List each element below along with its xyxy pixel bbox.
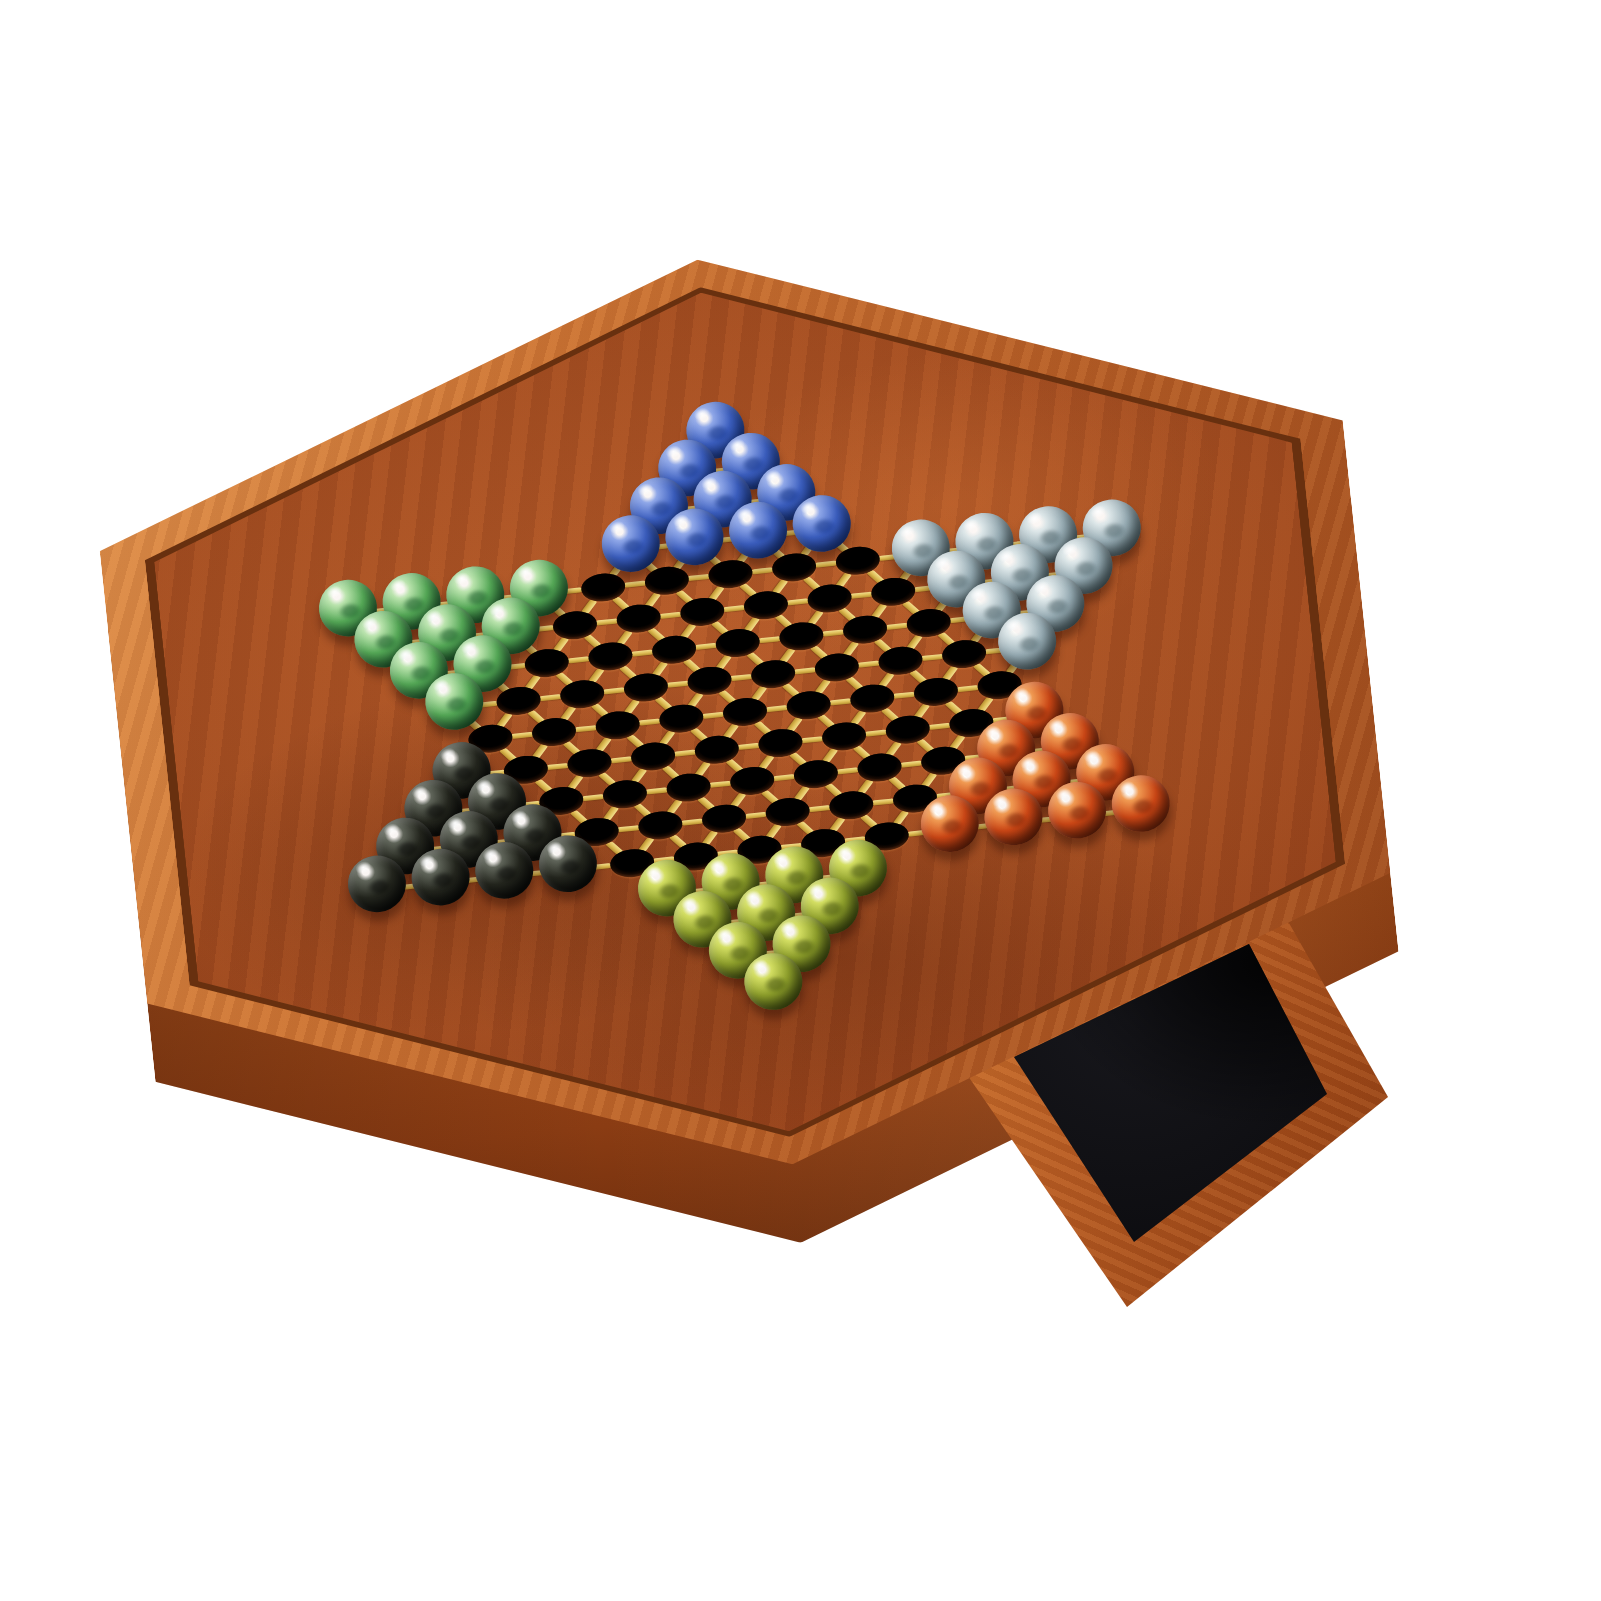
lattice-dash <box>681 818 703 825</box>
lattice-dash <box>808 805 830 812</box>
lattice-dash <box>695 643 717 650</box>
lattice-dash <box>957 685 979 692</box>
lattice-dash <box>596 618 618 625</box>
lattice-dash <box>723 605 745 612</box>
lattice-dash <box>674 749 696 756</box>
lattice-dash <box>900 761 922 768</box>
lattice-dash <box>928 723 950 730</box>
board-rim <box>76 194 1414 1229</box>
lattice-dash <box>659 612 681 619</box>
lattice-dash <box>638 718 660 725</box>
lattice-dash <box>850 592 872 599</box>
lattice-dash <box>667 681 689 688</box>
lattice-dash <box>857 661 879 668</box>
lattice-dash <box>773 774 795 781</box>
lattice-dash <box>829 698 851 705</box>
lattice-dash <box>631 649 653 656</box>
lattice-dash <box>751 567 773 574</box>
lattice-dash <box>610 756 632 763</box>
lattice-dash <box>745 812 767 819</box>
star-hole-grid <box>76 194 1414 1229</box>
lattice-dash <box>582 794 604 801</box>
lattice-dash <box>702 712 724 719</box>
lattice-dash <box>815 560 837 567</box>
product-photo-scene <box>0 0 1601 1601</box>
chinese-checkers-board <box>76 194 1414 1229</box>
lattice-dash <box>801 736 823 743</box>
lattice-dash <box>822 629 844 636</box>
lattice-dash <box>872 798 894 805</box>
lattice-dash <box>865 729 887 736</box>
lattice-dash <box>737 743 759 750</box>
lattice-dash <box>758 636 780 643</box>
lattice-dash <box>766 705 788 712</box>
lattice-dash <box>617 825 639 832</box>
lattice-dash <box>794 667 816 674</box>
lattice-dash <box>646 787 668 794</box>
lattice-dash <box>687 574 709 581</box>
lattice-dash <box>730 674 752 681</box>
lattice-dash <box>837 767 859 774</box>
lattice-dash <box>921 654 943 661</box>
lattice-dash <box>539 694 561 701</box>
lattice-dash <box>546 763 568 770</box>
lattice-dash <box>893 692 915 699</box>
lattice-dash <box>886 623 908 630</box>
lattice-dash <box>624 581 646 588</box>
lattice-dash <box>575 725 597 732</box>
lattice-dash <box>603 687 625 694</box>
lattice-dash <box>567 656 589 663</box>
lattice-dash <box>787 598 809 605</box>
lattice-dash <box>709 781 731 788</box>
lattice-dash <box>511 732 533 739</box>
